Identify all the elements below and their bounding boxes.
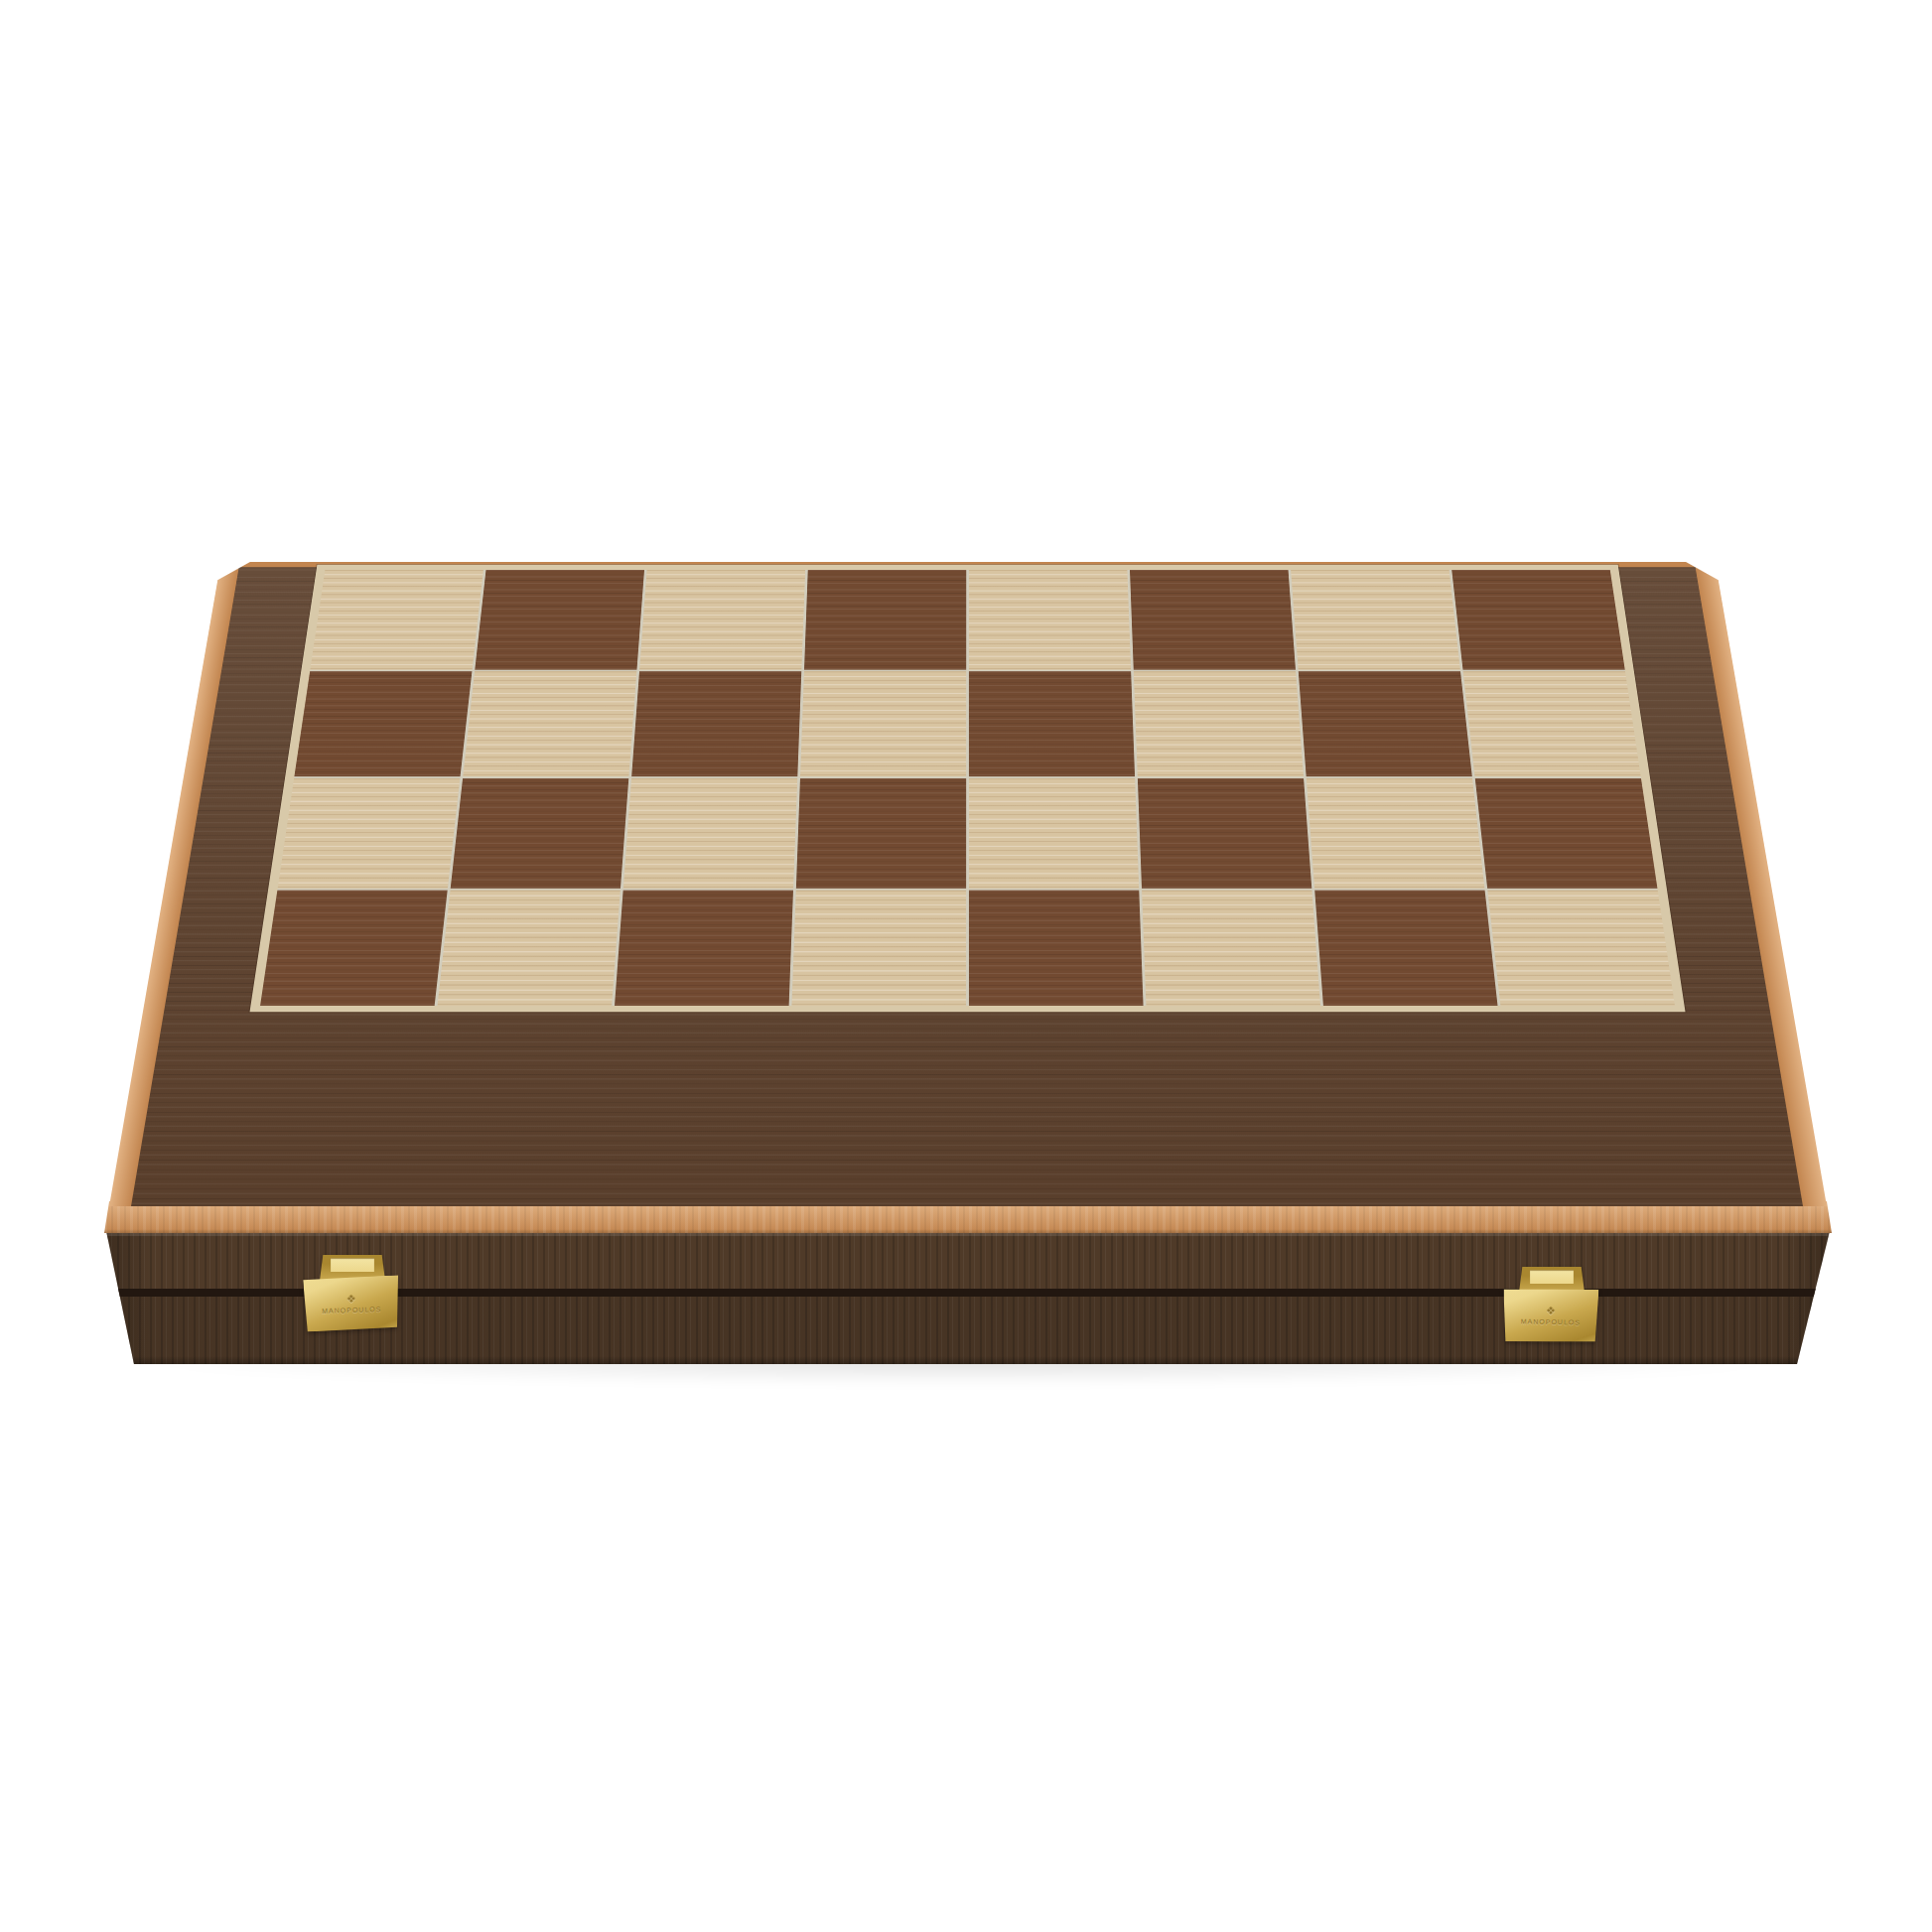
- square-r1c1-light: [310, 570, 483, 670]
- square-r2c8-light: [1463, 671, 1641, 776]
- square-r1c7-light: [1291, 570, 1460, 670]
- square-r3c4-dark: [796, 778, 966, 889]
- square-r2c5-dark: [969, 671, 1135, 776]
- clasp-latch-slot: [1530, 1270, 1575, 1284]
- square-r1c4-dark: [804, 570, 966, 670]
- square-r3c8-dark: [1475, 778, 1658, 889]
- square-r4c4-light: [791, 890, 966, 1005]
- square-r1c5-light: [969, 570, 1131, 670]
- square-r4c6-light: [1142, 890, 1320, 1005]
- square-r1c2-dark: [475, 570, 644, 670]
- right-clasp-plate[interactable]: ❖ MANOPOULOS: [1503, 1288, 1599, 1343]
- square-r1c3-light: [639, 570, 805, 670]
- square-r4c5-dark: [969, 890, 1144, 1005]
- chess-case-scene: ❖ MANOPOULOS ❖ MANOPOULOS: [0, 0, 1932, 1932]
- square-r3c5-light: [969, 778, 1139, 889]
- brand-logo-icon: ❖: [346, 1294, 356, 1305]
- clasp-brand-text: MANOPOULOS: [322, 1306, 381, 1314]
- lid-right-bevel-edge: [1695, 562, 1827, 1206]
- square-r2c3-dark: [631, 671, 801, 776]
- square-r1c6-dark: [1130, 570, 1296, 670]
- brand-logo-icon: ❖: [1546, 1306, 1556, 1316]
- square-r2c7-dark: [1299, 671, 1472, 776]
- square-r2c1-dark: [294, 671, 472, 776]
- lid-left-bevel-edge: [109, 562, 240, 1206]
- left-clasp[interactable]: ❖ MANOPOULOS: [304, 1253, 399, 1332]
- square-r4c3-dark: [615, 890, 793, 1005]
- square-r3c3-light: [623, 778, 797, 889]
- chessboard-half: [260, 570, 1675, 1006]
- square-r3c7-light: [1307, 778, 1485, 889]
- square-r4c2-light: [438, 890, 621, 1005]
- square-r1c8-dark: [1451, 570, 1624, 670]
- square-r2c4-light: [800, 671, 966, 776]
- right-clasp[interactable]: ❖ MANOPOULOS: [1503, 1265, 1598, 1344]
- square-r4c8-light: [1487, 890, 1675, 1005]
- left-clasp-plate[interactable]: ❖ MANOPOULOS: [303, 1275, 400, 1331]
- square-r3c2-dark: [451, 778, 629, 889]
- square-r2c6-light: [1134, 671, 1304, 776]
- square-r3c1-light: [278, 778, 461, 889]
- right-clasp-hinge-tab[interactable]: [1519, 1267, 1585, 1293]
- square-r4c7-dark: [1314, 890, 1497, 1005]
- square-r3c6-dark: [1138, 778, 1311, 889]
- square-r4c1-dark: [260, 890, 448, 1005]
- clasp-brand-text: MANOPOULOS: [1521, 1317, 1581, 1325]
- clasp-latch-slot: [331, 1258, 375, 1272]
- board-inlay-border: [250, 565, 1686, 1013]
- case-lid-top-face: [109, 562, 1827, 1206]
- square-r2c2-light: [463, 671, 636, 776]
